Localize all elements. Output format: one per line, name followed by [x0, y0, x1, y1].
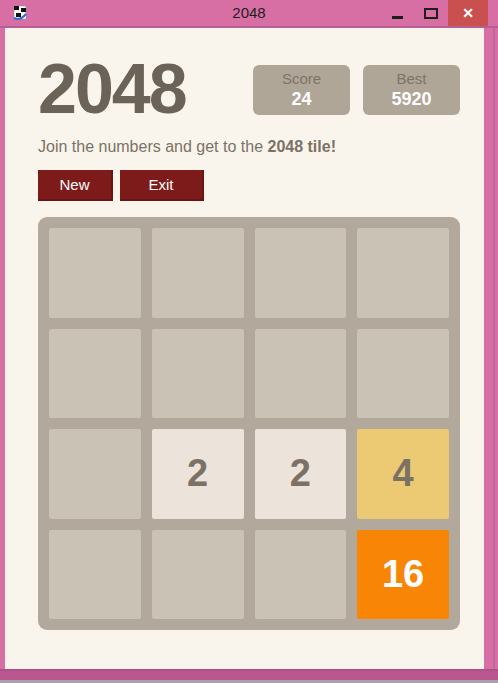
window-bottom-border	[0, 669, 498, 683]
toolbar: New Exit	[38, 170, 460, 201]
empty-cell-r3c1	[49, 429, 141, 519]
score-panel: Score 24 Best 5920	[253, 65, 460, 115]
score-value: 24	[291, 88, 311, 110]
empty-cell-r1c4	[357, 228, 449, 318]
score-label: Score	[282, 69, 321, 88]
close-icon: ✕	[462, 5, 474, 21]
score-box: Score 24	[253, 65, 350, 115]
content-area: 2048 Score 24 Best 5920 Join the numbers…	[5, 28, 484, 669]
empty-cell-r1c1	[49, 228, 141, 318]
exit-button[interactable]: Exit	[120, 170, 204, 201]
best-label: Best	[396, 69, 426, 88]
empty-cell-r4c1	[49, 530, 141, 620]
subtitle-text: Join the numbers and get to the	[38, 138, 267, 155]
new-game-button[interactable]: New	[38, 170, 113, 201]
tile-2-r3c2: 2	[152, 429, 244, 519]
maximize-icon	[424, 8, 438, 19]
app-window: 2048 ✕ 2048 Score 24	[0, 0, 498, 683]
maximize-button[interactable]	[414, 0, 448, 26]
page-title: 2048	[38, 58, 186, 120]
window-frame: 2048 Score 24 Best 5920 Join the numbers…	[0, 28, 498, 669]
close-button[interactable]: ✕	[448, 0, 488, 26]
empty-cell-r2c3	[255, 329, 347, 419]
tile-2-r3c3: 2	[255, 429, 347, 519]
empty-cell-r4c3	[255, 530, 347, 620]
window-controls: ✕	[380, 0, 498, 26]
empty-cell-r1c2	[152, 228, 244, 318]
best-box: Best 5920	[363, 65, 460, 115]
empty-cell-r4c2	[152, 530, 244, 620]
minimize-icon	[392, 16, 403, 19]
minimize-button[interactable]	[380, 0, 414, 26]
window-titlebar: 2048 ✕	[0, 0, 498, 28]
empty-cell-r1c3	[255, 228, 347, 318]
subtitle: Join the numbers and get to the 2048 til…	[38, 138, 460, 156]
best-value: 5920	[391, 88, 431, 110]
empty-cell-r2c2	[152, 329, 244, 419]
empty-cell-r2c4	[357, 329, 449, 419]
board: 22416	[38, 217, 460, 630]
subtitle-bold: 2048 tile!	[267, 138, 335, 155]
empty-cell-r2c1	[49, 329, 141, 419]
header-row: 2048 Score 24 Best 5920	[38, 58, 460, 120]
tile-4-r3c4: 4	[357, 429, 449, 519]
app-icon	[13, 5, 27, 21]
tile-16-r4c4: 16	[357, 530, 449, 620]
